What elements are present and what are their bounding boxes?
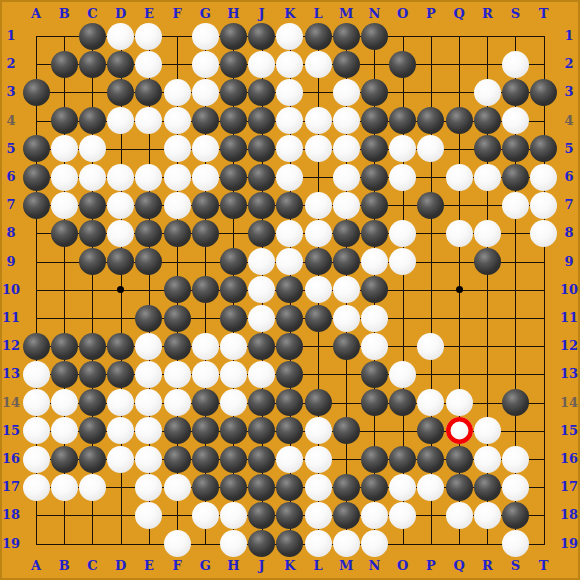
white-stone-N9	[361, 248, 388, 275]
white-stone-Q6	[446, 164, 473, 191]
white-stone-M7	[333, 192, 360, 219]
row-label-left-10: 10	[1, 280, 21, 300]
white-stone-A17	[23, 474, 50, 501]
white-stone-Q18	[446, 502, 473, 529]
row-label-left-7: 7	[1, 195, 21, 215]
black-stone-H6	[220, 164, 247, 191]
black-stone-D3	[107, 79, 134, 106]
white-stone-R8	[474, 220, 501, 247]
black-stone-N13	[361, 361, 388, 388]
black-stone-E11	[135, 305, 162, 332]
white-stone-F7	[164, 192, 191, 219]
white-stone-P17	[417, 474, 444, 501]
black-stone-G16	[192, 446, 219, 473]
black-stone-M8	[333, 220, 360, 247]
white-stone-F5	[164, 135, 191, 162]
white-stone-G2	[192, 51, 219, 78]
white-stone-O18	[389, 502, 416, 529]
black-stone-M15	[333, 417, 360, 444]
row-label-left-2: 2	[1, 54, 21, 74]
black-stone-S6	[502, 164, 529, 191]
row-label-left-14: 14	[1, 393, 21, 413]
row-label-right-7: 7	[559, 195, 579, 215]
row-label-right-9: 9	[559, 252, 579, 272]
black-stone-C9	[79, 248, 106, 275]
white-stone-C17	[79, 474, 106, 501]
white-stone-G3	[192, 79, 219, 106]
white-stone-M10	[333, 276, 360, 303]
black-stone-H11	[220, 305, 247, 332]
black-stone-J12	[248, 333, 275, 360]
black-stone-T3	[530, 79, 557, 106]
black-stone-G17	[192, 474, 219, 501]
black-stone-C12	[79, 333, 106, 360]
white-stone-F6	[164, 164, 191, 191]
white-stone-N11	[361, 305, 388, 332]
black-stone-H2	[220, 51, 247, 78]
black-stone-M12	[333, 333, 360, 360]
white-stone-F4	[164, 107, 191, 134]
black-stone-J19	[248, 530, 275, 557]
black-stone-S14	[502, 389, 529, 416]
black-stone-R5	[474, 135, 501, 162]
white-stone-B15	[51, 417, 78, 444]
black-stone-Q16	[446, 446, 473, 473]
black-stone-M9	[333, 248, 360, 275]
white-stone-F14	[164, 389, 191, 416]
black-stone-O16	[389, 446, 416, 473]
black-stone-C8	[79, 220, 106, 247]
black-stone-E7	[135, 192, 162, 219]
row-label-right-15: 15	[559, 421, 579, 441]
white-stone-G6	[192, 164, 219, 191]
row-label-right-16: 16	[559, 449, 579, 469]
black-stone-N17	[361, 474, 388, 501]
row-label-left-16: 16	[1, 449, 21, 469]
white-stone-R18	[474, 502, 501, 529]
star-point-Q10	[456, 286, 463, 293]
white-stone-J11	[248, 305, 275, 332]
black-stone-A12	[23, 333, 50, 360]
white-stone-H12	[220, 333, 247, 360]
column-label-bottom-G: G	[191, 556, 219, 576]
black-stone-C14	[79, 389, 106, 416]
black-stone-H9	[220, 248, 247, 275]
white-stone-M11	[333, 305, 360, 332]
column-label-top-L: L	[304, 4, 332, 24]
white-stone-A13	[23, 361, 50, 388]
row-label-left-6: 6	[1, 167, 21, 187]
white-stone-L10	[305, 276, 332, 303]
white-stone-O17	[389, 474, 416, 501]
column-label-bottom-T: T	[530, 556, 558, 576]
white-stone-Q15-last-move-marker	[446, 417, 473, 444]
row-label-right-1: 1	[559, 26, 579, 46]
black-stone-B2	[51, 51, 78, 78]
column-label-top-R: R	[473, 4, 501, 24]
column-label-top-G: G	[191, 4, 219, 24]
black-stone-J3	[248, 79, 275, 106]
column-label-top-T: T	[530, 4, 558, 24]
white-stone-D6	[107, 164, 134, 191]
white-stone-N12	[361, 333, 388, 360]
column-label-bottom-O: O	[389, 556, 417, 576]
black-stone-R4	[474, 107, 501, 134]
column-label-top-D: D	[107, 4, 135, 24]
white-stone-P12	[417, 333, 444, 360]
black-stone-J8	[248, 220, 275, 247]
column-label-top-F: F	[163, 4, 191, 24]
black-stone-P7	[417, 192, 444, 219]
black-stone-N8	[361, 220, 388, 247]
row-label-left-4: 4	[1, 111, 21, 131]
white-stone-Q14	[446, 389, 473, 416]
black-stone-K12	[276, 333, 303, 360]
black-stone-A7	[23, 192, 50, 219]
white-stone-G13	[192, 361, 219, 388]
white-stone-D7	[107, 192, 134, 219]
white-stone-M4	[333, 107, 360, 134]
white-stone-D1	[107, 23, 134, 50]
column-label-bottom-L: L	[304, 556, 332, 576]
white-stone-E2	[135, 51, 162, 78]
white-stone-T7	[530, 192, 557, 219]
black-stone-B4	[51, 107, 78, 134]
black-stone-A3	[23, 79, 50, 106]
row-label-left-3: 3	[1, 82, 21, 102]
row-label-right-4: 4	[559, 111, 579, 131]
column-label-top-H: H	[219, 4, 247, 24]
row-label-left-5: 5	[1, 139, 21, 159]
column-label-bottom-F: F	[163, 556, 191, 576]
black-stone-F12	[164, 333, 191, 360]
black-stone-B12	[51, 333, 78, 360]
row-label-right-17: 17	[559, 477, 579, 497]
black-stone-B13	[51, 361, 78, 388]
black-stone-J18	[248, 502, 275, 529]
column-label-top-J: J	[248, 4, 276, 24]
white-stone-N18	[361, 502, 388, 529]
column-label-bottom-C: C	[78, 556, 106, 576]
white-stone-M19	[333, 530, 360, 557]
black-stone-J16	[248, 446, 275, 473]
white-stone-E1	[135, 23, 162, 50]
black-stone-N6	[361, 164, 388, 191]
black-stone-L9	[305, 248, 332, 275]
black-stone-J6	[248, 164, 275, 191]
white-stone-E17	[135, 474, 162, 501]
column-label-bottom-D: D	[107, 556, 135, 576]
row-label-left-18: 18	[1, 505, 21, 525]
row-label-left-11: 11	[1, 308, 21, 328]
black-stone-G4	[192, 107, 219, 134]
row-label-left-15: 15	[1, 421, 21, 441]
black-stone-H17	[220, 474, 247, 501]
white-stone-K2	[276, 51, 303, 78]
column-label-bottom-S: S	[501, 556, 529, 576]
black-stone-H4	[220, 107, 247, 134]
column-label-bottom-B: B	[50, 556, 78, 576]
white-stone-B6	[51, 164, 78, 191]
row-label-right-14: 14	[559, 393, 579, 413]
black-stone-F15	[164, 417, 191, 444]
white-stone-L7	[305, 192, 332, 219]
white-stone-M6	[333, 164, 360, 191]
white-stone-S16	[502, 446, 529, 473]
column-label-top-B: B	[50, 4, 78, 24]
black-stone-M1	[333, 23, 360, 50]
white-stone-K1	[276, 23, 303, 50]
row-label-right-5: 5	[559, 139, 579, 159]
white-stone-E12	[135, 333, 162, 360]
white-stone-S4	[502, 107, 529, 134]
black-stone-S3	[502, 79, 529, 106]
column-label-top-C: C	[78, 4, 106, 24]
white-stone-S2	[502, 51, 529, 78]
black-stone-L14	[305, 389, 332, 416]
black-stone-F11	[164, 305, 191, 332]
row-label-right-2: 2	[559, 54, 579, 74]
row-label-right-3: 3	[559, 82, 579, 102]
white-stone-G1	[192, 23, 219, 50]
black-stone-Q4	[446, 107, 473, 134]
column-label-bottom-R: R	[473, 556, 501, 576]
column-label-bottom-A: A	[22, 556, 50, 576]
row-label-left-1: 1	[1, 26, 21, 46]
black-stone-G8	[192, 220, 219, 247]
white-stone-Q8	[446, 220, 473, 247]
column-label-top-K: K	[276, 4, 304, 24]
white-stone-H18	[220, 502, 247, 529]
black-stone-G10	[192, 276, 219, 303]
row-label-right-11: 11	[559, 308, 579, 328]
black-stone-N1	[361, 23, 388, 50]
column-label-bottom-M: M	[332, 556, 360, 576]
white-stone-L2	[305, 51, 332, 78]
white-stone-C6	[79, 164, 106, 191]
black-stone-C16	[79, 446, 106, 473]
row-label-right-8: 8	[559, 223, 579, 243]
black-stone-G15	[192, 417, 219, 444]
black-stone-F10	[164, 276, 191, 303]
white-stone-M5	[333, 135, 360, 162]
white-stone-N19	[361, 530, 388, 557]
white-stone-S7	[502, 192, 529, 219]
white-stone-A16	[23, 446, 50, 473]
white-stone-L18	[305, 502, 332, 529]
white-stone-L17	[305, 474, 332, 501]
white-stone-T6	[530, 164, 557, 191]
row-label-right-12: 12	[559, 336, 579, 356]
column-label-top-E: E	[135, 4, 163, 24]
black-stone-J17	[248, 474, 275, 501]
black-stone-N4	[361, 107, 388, 134]
white-stone-R6	[474, 164, 501, 191]
black-stone-P16	[417, 446, 444, 473]
row-label-left-8: 8	[1, 223, 21, 243]
black-stone-C13	[79, 361, 106, 388]
black-stone-C4	[79, 107, 106, 134]
column-label-top-S: S	[501, 4, 529, 24]
column-label-top-M: M	[332, 4, 360, 24]
row-label-left-13: 13	[1, 364, 21, 384]
white-stone-L19	[305, 530, 332, 557]
white-stone-O6	[389, 164, 416, 191]
black-stone-H16	[220, 446, 247, 473]
row-label-left-19: 19	[1, 534, 21, 554]
white-stone-A15	[23, 417, 50, 444]
white-stone-L4	[305, 107, 332, 134]
row-label-left-9: 9	[1, 252, 21, 272]
black-stone-K19	[276, 530, 303, 557]
black-stone-S18	[502, 502, 529, 529]
column-label-bottom-E: E	[135, 556, 163, 576]
white-stone-R15	[474, 417, 501, 444]
black-stone-A5	[23, 135, 50, 162]
black-stone-G14	[192, 389, 219, 416]
column-label-top-Q: Q	[445, 4, 473, 24]
white-stone-M3	[333, 79, 360, 106]
white-stone-R3	[474, 79, 501, 106]
white-stone-L8	[305, 220, 332, 247]
white-stone-G18	[192, 502, 219, 529]
column-label-bottom-N: N	[360, 556, 388, 576]
black-stone-M17	[333, 474, 360, 501]
black-stone-A6	[23, 164, 50, 191]
black-stone-M18	[333, 502, 360, 529]
white-stone-F19	[164, 530, 191, 557]
column-label-bottom-Q: Q	[445, 556, 473, 576]
white-stone-L16	[305, 446, 332, 473]
white-stone-S19	[502, 530, 529, 557]
white-stone-H13	[220, 361, 247, 388]
row-label-right-19: 19	[559, 534, 579, 554]
white-stone-R16	[474, 446, 501, 473]
black-stone-F16	[164, 446, 191, 473]
black-stone-K17	[276, 474, 303, 501]
black-stone-Q17	[446, 474, 473, 501]
black-stone-F8	[164, 220, 191, 247]
go-game-screenshot: { "game": "go", "board_size": 19, "colum…	[0, 0, 580, 580]
black-stone-R9	[474, 248, 501, 275]
white-stone-K6	[276, 164, 303, 191]
white-stone-J2	[248, 51, 275, 78]
black-stone-N3	[361, 79, 388, 106]
row-label-left-12: 12	[1, 336, 21, 356]
black-stone-L11	[305, 305, 332, 332]
column-label-top-O: O	[389, 4, 417, 24]
row-label-right-13: 13	[559, 364, 579, 384]
black-stone-K7	[276, 192, 303, 219]
white-stone-L5	[305, 135, 332, 162]
white-stone-K16	[276, 446, 303, 473]
white-stone-L15	[305, 417, 332, 444]
black-stone-D12	[107, 333, 134, 360]
white-stone-F13	[164, 361, 191, 388]
black-stone-J1	[248, 23, 275, 50]
black-stone-K11	[276, 305, 303, 332]
black-stone-G7	[192, 192, 219, 219]
white-stone-F3	[164, 79, 191, 106]
white-stone-J13	[248, 361, 275, 388]
black-stone-C1	[79, 23, 106, 50]
white-stone-F17	[164, 474, 191, 501]
white-stone-S17	[502, 474, 529, 501]
black-stone-H7	[220, 192, 247, 219]
black-stone-D2	[107, 51, 134, 78]
white-stone-D16	[107, 446, 134, 473]
white-stone-O8	[389, 220, 416, 247]
white-stone-B7	[51, 192, 78, 219]
column-label-bottom-H: H	[219, 556, 247, 576]
black-stone-L1	[305, 23, 332, 50]
column-label-top-N: N	[360, 4, 388, 24]
white-stone-B5	[51, 135, 78, 162]
white-stone-B14	[51, 389, 78, 416]
row-label-right-10: 10	[559, 280, 579, 300]
black-stone-N7	[361, 192, 388, 219]
row-label-left-17: 17	[1, 477, 21, 497]
black-stone-R17	[474, 474, 501, 501]
black-stone-C7	[79, 192, 106, 219]
black-stone-B16	[51, 446, 78, 473]
black-stone-J7	[248, 192, 275, 219]
column-label-bottom-K: K	[276, 556, 304, 576]
white-stone-H14	[220, 389, 247, 416]
white-stone-A14	[23, 389, 50, 416]
white-stone-G5	[192, 135, 219, 162]
white-stone-D8	[107, 220, 134, 247]
black-stone-N14	[361, 389, 388, 416]
black-stone-D13	[107, 361, 134, 388]
black-stone-N16	[361, 446, 388, 473]
white-stone-O13	[389, 361, 416, 388]
row-label-right-6: 6	[559, 167, 579, 187]
black-stone-O2	[389, 51, 416, 78]
black-stone-T5	[530, 135, 557, 162]
black-stone-M2	[333, 51, 360, 78]
column-label-bottom-P: P	[417, 556, 445, 576]
column-label-bottom-J: J	[248, 556, 276, 576]
white-stone-G12	[192, 333, 219, 360]
black-stone-B8	[51, 220, 78, 247]
black-stone-H3	[220, 79, 247, 106]
white-stone-E6	[135, 164, 162, 191]
black-stone-C2	[79, 51, 106, 78]
black-stone-H1	[220, 23, 247, 50]
white-stone-H19	[220, 530, 247, 557]
column-label-top-P: P	[417, 4, 445, 24]
row-label-right-18: 18	[559, 505, 579, 525]
white-stone-T8	[530, 220, 557, 247]
white-stone-E16	[135, 446, 162, 473]
white-stone-B17	[51, 474, 78, 501]
column-label-top-A: A	[22, 4, 50, 24]
